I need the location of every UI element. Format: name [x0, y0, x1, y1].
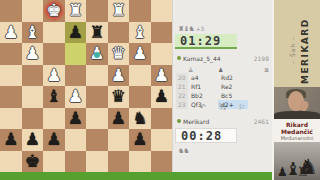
webcam-shirt [274, 111, 320, 119]
white-queen: ♛ [111, 43, 126, 64]
black-pawn: ♟ [68, 108, 83, 129]
square-b2[interactable]: ♝ [22, 22, 44, 44]
white-pawn: ♟ [154, 65, 169, 86]
move-list-menu-icon[interactable]: ≡ [248, 66, 270, 73]
black-column-header-icon: ♟ [218, 66, 248, 73]
square-h6[interactable] [151, 108, 173, 130]
captured-glyphs: ♜♝♞ [178, 25, 194, 33]
square-e2[interactable]: ♜ [86, 22, 108, 44]
black-pawn: ♟ [3, 129, 18, 150]
square-d5[interactable]: ♟ [65, 86, 87, 108]
black-pawn: ♟ [68, 22, 83, 43]
online-dot-icon [177, 56, 181, 60]
square-g1[interactable] [129, 0, 151, 22]
white-bishop: ♝ [25, 22, 40, 43]
square-c5[interactable]: ♝ [43, 86, 65, 108]
square-c3[interactable] [43, 43, 65, 65]
chess-board: ♚♜♜♟♝♟♜♝♟♟♛♟♟♟♟♝♟♛♟♟♟♞♟♟♟♟♚ [0, 0, 172, 172]
square-g5[interactable] [129, 86, 151, 108]
player-name-top[interactable]: Kamaz_5_44 [183, 55, 221, 62]
square-b6[interactable] [22, 108, 44, 130]
square-e3[interactable]: ♟ [86, 43, 108, 65]
player-row-top[interactable]: Kamaz_5_44 2198 [177, 53, 269, 63]
square-a4[interactable] [0, 65, 22, 87]
square-f6[interactable]: ♟ [108, 108, 130, 130]
resign-button[interactable]: ⚐ [238, 103, 245, 113]
square-f4[interactable]: ♟ [108, 65, 130, 87]
square-e4[interactable] [86, 65, 108, 87]
square-a3[interactable] [0, 43, 22, 65]
black-king: ♚ [25, 151, 40, 172]
black-rook: ♜ [89, 22, 104, 43]
square-f3[interactable]: ♛ [108, 43, 130, 65]
white-move[interactable]: Bb2 [188, 91, 218, 100]
material-advantage: +5 [196, 25, 205, 32]
square-d6[interactable]: ♟ [65, 108, 87, 130]
black-pawn: ♟ [154, 86, 169, 107]
black-move[interactable]: Rd2 [218, 73, 248, 82]
square-f5[interactable]: ♛ [108, 86, 130, 108]
square-d8[interactable] [65, 151, 87, 173]
streamer-column: MERIKARD – Šah – Rikard Medančić Međunar… [274, 0, 320, 180]
square-f2[interactable] [108, 22, 130, 44]
takeback-button[interactable]: ↶ [200, 103, 207, 113]
square-h5[interactable]: ♟ [151, 86, 173, 108]
move-row: 22Bb2Bc5 [176, 91, 270, 100]
square-g4[interactable] [129, 65, 151, 87]
banner-subtitle: – Šah – [289, 36, 296, 64]
white-pawn: ♟ [68, 86, 83, 107]
game-panel: ♜♝♞+5 01:29 Kamaz_5_44 2198 ♙♟≡20a4Rd221… [172, 0, 272, 172]
move-list-header: ♙♟≡ [176, 65, 270, 73]
white-pawn: ♟ [46, 65, 61, 86]
draw-offer-button[interactable]: ½ [218, 103, 226, 113]
photo-knight-icon: ♞ [299, 157, 318, 178]
player-row-bottom[interactable]: Merikard 2461 [177, 116, 269, 126]
square-h7[interactable] [151, 129, 173, 151]
square-d4[interactable] [65, 65, 87, 87]
square-g7[interactable]: ♟ [129, 129, 151, 151]
move-row: 20a4Rd2 [176, 73, 270, 82]
player-rating-bottom: 2461 [254, 118, 269, 125]
white-king: ♚ [46, 0, 61, 21]
square-d7[interactable] [65, 129, 87, 151]
square-b8[interactable]: ♚ [22, 151, 44, 173]
square-f8[interactable] [108, 151, 130, 173]
square-a1[interactable] [0, 0, 22, 22]
white-rook: ♜ [111, 0, 126, 21]
square-c8[interactable] [43, 151, 65, 173]
square-c1[interactable]: ♚ [43, 0, 65, 22]
clock-top: 01:29 [175, 34, 237, 49]
square-d2[interactable]: ♟ [65, 22, 87, 44]
square-d1[interactable]: ♜ [65, 0, 87, 22]
white-pawn: ♟ [89, 43, 104, 64]
black-pawn: ♟ [111, 108, 126, 129]
square-h8[interactable] [151, 151, 173, 173]
square-c6[interactable] [43, 108, 65, 130]
move-number: 20 [176, 73, 188, 82]
square-g2[interactable]: ♝ [129, 22, 151, 44]
square-f1[interactable]: ♜ [108, 0, 130, 22]
white-bishop: ♝ [132, 22, 147, 43]
black-move[interactable]: Bc5 [218, 91, 248, 100]
white-pawn: ♟ [25, 43, 40, 64]
clock-bottom: 00:28 [175, 128, 237, 143]
square-g6[interactable]: ♞ [129, 108, 151, 130]
move-number: 21 [176, 82, 188, 91]
stream-frame: ♚♜♜♟♝♟♜♝♟♟♛♟♟♟♟♝♟♛♟♟♟♞♟♟♟♟♚ ♜♝♞+5 01:29 … [0, 0, 320, 180]
game-action-buttons: ↶ ½ ⚐ [173, 103, 272, 113]
black-bishop: ♝ [46, 86, 61, 107]
square-e7[interactable] [86, 129, 108, 151]
move-number: 22 [176, 91, 188, 100]
white-move[interactable]: a4 [188, 73, 218, 82]
streamer-name: Rikard Medančić [274, 121, 320, 135]
player-rating-top: 2198 [254, 55, 269, 62]
online-dot-icon [177, 119, 181, 123]
black-queen: ♛ [111, 86, 126, 107]
square-g8[interactable] [129, 151, 151, 173]
chess-pieces-photo: ♟ ♝ ♜ ♞ [274, 142, 320, 180]
square-g3[interactable]: ♟ [129, 43, 151, 65]
square-a6[interactable] [0, 108, 22, 130]
streamer-info: Rikard Medančić Međunarodni majstor FIDE… [274, 119, 320, 142]
black-pawn: ♟ [46, 129, 61, 150]
square-c4[interactable]: ♟ [43, 65, 65, 87]
banner-title: MERIKARD [300, 18, 310, 84]
square-b3[interactable]: ♟ [22, 43, 44, 65]
square-b1[interactable] [22, 0, 44, 22]
square-h4[interactable]: ♟ [151, 65, 173, 87]
stream-green-bar [0, 172, 272, 180]
captured-pieces-bottom: ♞♞ [178, 147, 189, 155]
webcam-photo [274, 87, 320, 119]
square-b7[interactable]: ♟ [22, 129, 44, 151]
square-b5[interactable] [22, 86, 44, 108]
square-h2[interactable] [151, 22, 173, 44]
square-e1[interactable] [86, 0, 108, 22]
captured-pieces-top: ♜♝♞+5 [178, 25, 205, 33]
square-e8[interactable] [86, 151, 108, 173]
white-rook: ♜ [68, 0, 83, 21]
square-h3[interactable] [151, 43, 173, 65]
square-a8[interactable] [0, 151, 22, 173]
square-c7[interactable]: ♟ [43, 129, 65, 151]
black-knight: ♞ [132, 108, 147, 129]
square-a5[interactable] [0, 86, 22, 108]
square-e6[interactable] [86, 108, 108, 130]
white-pawn: ♟ [3, 22, 18, 43]
square-h1[interactable] [151, 0, 173, 22]
captured-glyphs: ♞♞ [178, 147, 189, 155]
player-name-bottom[interactable]: Merikard [183, 118, 209, 125]
square-e5[interactable] [86, 86, 108, 108]
square-b4[interactable] [22, 65, 44, 87]
streamer-banner: MERIKARD – Šah – [274, 0, 320, 87]
square-a7[interactable]: ♟ [0, 129, 22, 151]
move-row: 21Rf1Re2 [176, 82, 270, 91]
square-d3[interactable] [65, 43, 87, 65]
white-pawn: ♟ [132, 43, 147, 64]
white-move[interactable]: Rf1 [188, 82, 218, 91]
black-move[interactable]: Re2 [218, 82, 248, 91]
black-pawn: ♟ [132, 129, 147, 150]
square-a2[interactable]: ♟ [0, 22, 22, 44]
white-pawn: ♟ [111, 65, 126, 86]
white-column-header-icon: ♙ [188, 66, 218, 73]
square-f7[interactable] [108, 129, 130, 151]
black-pawn: ♟ [25, 129, 40, 150]
square-c2[interactable] [43, 22, 65, 44]
